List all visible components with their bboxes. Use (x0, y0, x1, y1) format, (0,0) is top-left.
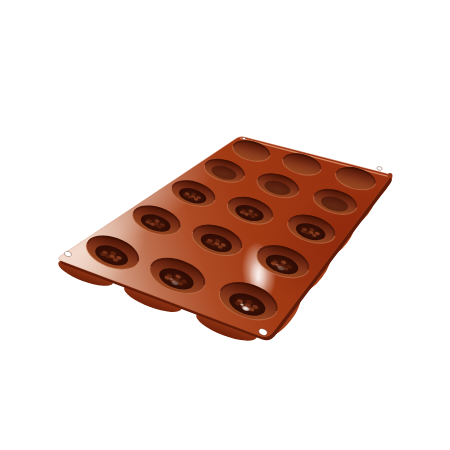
top-corner-hole (242, 137, 246, 140)
right-corner-hole (377, 166, 383, 171)
mold-scene-svg (0, 0, 450, 450)
product-photo (0, 0, 450, 450)
